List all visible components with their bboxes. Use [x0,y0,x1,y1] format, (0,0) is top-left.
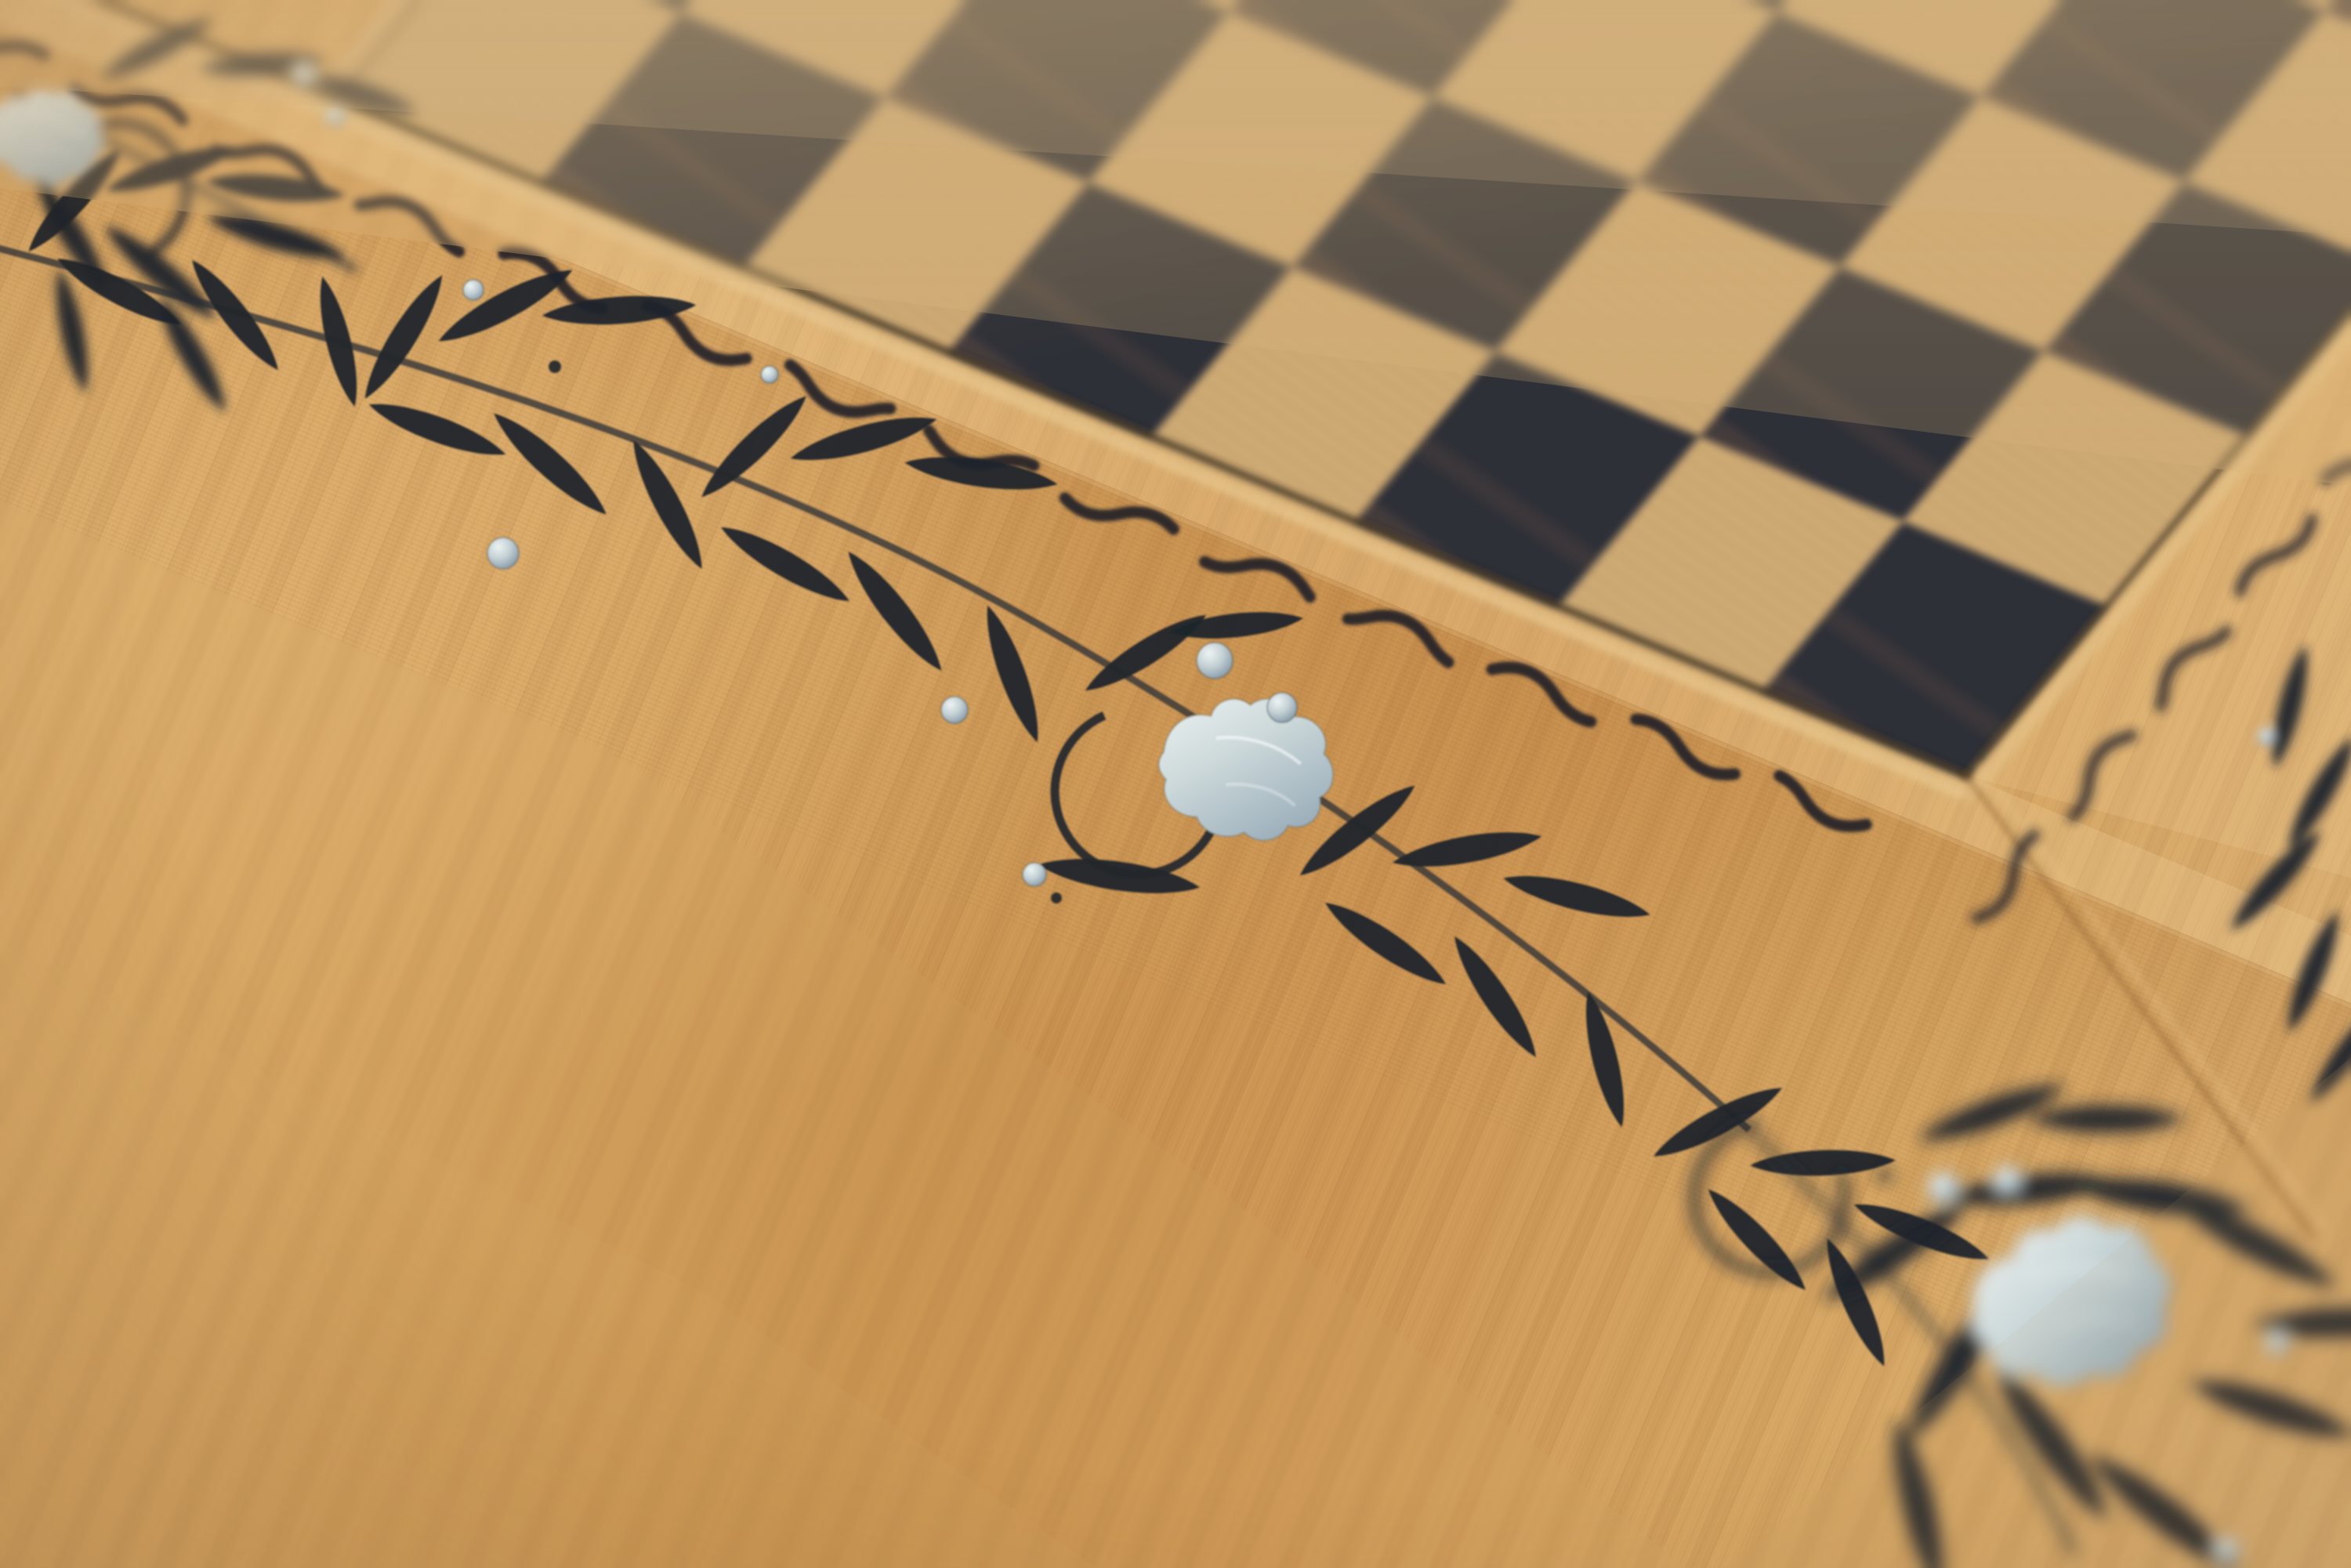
mother-of-pearl-dot [2214,1537,2241,1563]
mother-of-pearl-dot [761,366,778,383]
ebony-leaf-inlay [364,393,510,466]
mother-of-pearl-dot [2258,728,2275,745]
ebony-leaf-inlay [202,205,349,269]
mother-of-pearl-dot [941,697,968,723]
ebony-leaf-inlay [2185,1367,2351,1451]
ebony-leaf-inlay [2028,1106,2186,1133]
ebony-leaf-inlay [2263,642,2316,771]
mother-of-pearl-dot [1928,1172,1959,1204]
ebony-leaf-inlay [838,544,951,679]
ebony-leaf-inlay [354,269,453,406]
ebony-leaf-inlay [2301,994,2351,1110]
mother-of-pearl-flower [1960,1205,2183,1398]
mother-of-pearl-dot [1023,863,1046,886]
ebony-leaf-inlay [2278,907,2349,1037]
mother-of-pearl-dot [2266,1331,2289,1355]
ebony-leaf-inlay [2252,1305,2351,1341]
ebony-leaf-inlay [715,516,856,613]
ebony-leaf-inlay [2170,1188,2344,1300]
ebony-leaf-inlay [1647,1077,1788,1168]
ebony-leaf-inlay [1882,1414,1955,1568]
ebony-leaf-inlay [1318,893,1453,995]
mother-of-pearl-dot [487,538,519,569]
mother-of-pearl-dot [1197,643,1233,679]
vine-border-right-edge [2222,642,2351,1110]
mother-of-pearl-dot [463,280,484,300]
ebony-leaf-inlay [903,449,1060,498]
ebony-leaf-inlay [1500,865,1654,928]
ebony-leaf-inlay [1700,1181,1815,1298]
ebony-leaf-inlay [1036,850,1201,901]
photo-of-games-board [0,0,2351,1568]
mother-of-pearl-dot [326,107,345,125]
ebony-leaf-inlay [1168,607,1304,644]
ebony-leaf-inlay [310,273,366,409]
marquetry-inlay-layer [0,0,2351,1568]
board-edge-lines [0,0,2351,1237]
mother-of-pearl-dot [292,63,316,87]
mother-of-pearl-dot [1267,693,1297,722]
mother-of-pearl-dot [1994,1166,2022,1194]
ebony-berry-dot [1878,1168,1892,1182]
ebony-leaf-inlay [433,259,578,353]
wavy-ebony-line [0,22,1866,827]
ebony-berry-dot [549,360,561,373]
board-edge-line [0,0,1959,793]
ebony-leaf-inlay [2222,823,2330,938]
ebony-berry-dot [1051,893,1062,904]
